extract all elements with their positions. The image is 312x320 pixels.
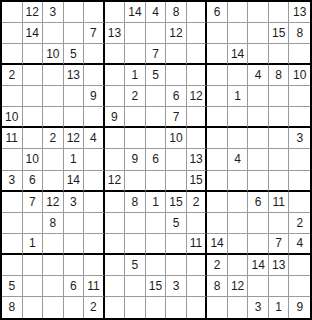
cell-r1c6[interactable] [105, 2, 126, 23]
cell-r6c7[interactable] [125, 107, 146, 128]
cell-r5c9: 6 [166, 86, 187, 107]
cell-r11c14[interactable] [269, 213, 290, 234]
cell-r15c4[interactable] [64, 297, 85, 318]
cell-r15c11[interactable] [207, 297, 228, 318]
cell-r9c9[interactable] [166, 171, 187, 192]
cell-r5c2[interactable] [23, 86, 44, 107]
cell-r9c10: 15 [187, 171, 208, 192]
cell-r15c12[interactable] [228, 297, 249, 318]
cell-r1c10[interactable] [187, 2, 208, 23]
cell-r8c8: 6 [146, 149, 167, 170]
cell-r8c5[interactable] [84, 149, 105, 170]
cell-r11c13[interactable] [248, 213, 269, 234]
cell-r8c1[interactable] [2, 149, 23, 170]
cell-r14c9: 3 [166, 276, 187, 297]
cell-r6c15[interactable] [289, 107, 310, 128]
cell-r5c10: 12 [187, 86, 208, 107]
cell-r2c14: 15 [269, 23, 290, 44]
cell-r5c14[interactable] [269, 86, 290, 107]
cell-r5c6[interactable] [105, 86, 126, 107]
cell-r7c11[interactable] [207, 128, 228, 149]
cell-r7c14[interactable] [269, 128, 290, 149]
cell-r14c2[interactable] [23, 276, 44, 297]
cell-r10c14: 11 [269, 192, 290, 213]
cell-r8c3[interactable] [43, 149, 64, 170]
cell-r6c12[interactable] [228, 107, 249, 128]
cell-r4c12[interactable] [228, 65, 249, 86]
cell-r8c13[interactable] [248, 149, 269, 170]
cell-r7c12[interactable] [228, 128, 249, 149]
cell-r11c6[interactable] [105, 213, 126, 234]
cell-r9c15[interactable] [289, 171, 310, 192]
cell-r8c9[interactable] [166, 149, 187, 170]
cell-r1c8: 4 [146, 2, 167, 23]
cell-r3c14[interactable] [269, 44, 290, 65]
cell-r15c15: 9 [289, 297, 310, 318]
cell-r2c15: 8 [289, 23, 310, 44]
cell-r11c4[interactable] [64, 213, 85, 234]
cell-r4c14: 8 [269, 65, 290, 86]
cell-r3c1[interactable] [2, 44, 23, 65]
cell-r9c11[interactable] [207, 171, 228, 192]
cell-r9c14[interactable] [269, 171, 290, 192]
cell-r6c11[interactable] [207, 107, 228, 128]
cell-r1c15: 13 [289, 2, 310, 23]
cell-r2c2: 14 [23, 23, 44, 44]
cell-r3c10[interactable] [187, 44, 208, 65]
cell-r9c12[interactable] [228, 171, 249, 192]
cell-r7c1: 11 [2, 128, 23, 149]
cell-r15c2[interactable] [23, 297, 44, 318]
cell-r14c6[interactable] [105, 276, 126, 297]
cell-r10c11[interactable] [207, 192, 228, 213]
cell-r7c8[interactable] [146, 128, 167, 149]
cell-r9c3[interactable] [43, 171, 64, 192]
cell-r7c6[interactable] [105, 128, 126, 149]
cell-r2c9: 12 [166, 23, 187, 44]
cell-r13c10[interactable] [187, 255, 208, 276]
cell-r6c8[interactable] [146, 107, 167, 128]
cell-r6c10[interactable] [187, 107, 208, 128]
cell-r12c9[interactable] [166, 234, 187, 255]
cell-r11c10[interactable] [187, 213, 208, 234]
cell-r8c11[interactable] [207, 149, 228, 170]
cell-r3c8: 7 [146, 44, 167, 65]
cell-r4c11[interactable] [207, 65, 228, 86]
cell-r4c8: 5 [146, 65, 167, 86]
cell-r4c15: 10 [289, 65, 310, 86]
cell-r5c7: 2 [125, 86, 146, 107]
cell-r6c3[interactable] [43, 107, 64, 128]
cell-r10c7: 8 [125, 192, 146, 213]
cell-r2c10[interactable] [187, 23, 208, 44]
cell-r1c5[interactable] [84, 2, 105, 23]
cell-r12c11: 14 [207, 234, 228, 255]
cell-r14c10[interactable] [187, 276, 208, 297]
cell-r13c14: 13 [269, 255, 290, 276]
cell-r3c4: 5 [64, 44, 85, 65]
cell-r8c7: 9 [125, 149, 146, 170]
cell-r14c14[interactable] [269, 276, 290, 297]
cell-r14c1: 5 [2, 276, 23, 297]
cell-r4c9[interactable] [166, 65, 187, 86]
cell-r2c11[interactable] [207, 23, 228, 44]
cell-r15c13: 3 [248, 297, 269, 318]
cell-r10c12[interactable] [228, 192, 249, 213]
cell-r7c2[interactable] [23, 128, 44, 149]
cell-r2c6: 13 [105, 23, 126, 44]
cell-r14c7[interactable] [125, 276, 146, 297]
cell-r8c10: 13 [187, 149, 208, 170]
cell-r15c6[interactable] [105, 297, 126, 318]
cell-r2c1[interactable] [2, 23, 23, 44]
cell-r12c5[interactable] [84, 234, 105, 255]
cell-r8c14[interactable] [269, 149, 290, 170]
cell-r11c8[interactable] [146, 213, 167, 234]
cell-r3c5[interactable] [84, 44, 105, 65]
cell-r15c3[interactable] [43, 297, 64, 318]
cell-r3c13[interactable] [248, 44, 269, 65]
sudoku-board: 1231448613147131215810571421315481092612… [0, 0, 312, 320]
cell-r10c9: 15 [166, 192, 187, 213]
cell-r15c1: 8 [2, 297, 23, 318]
cell-r2c4[interactable] [64, 23, 85, 44]
cell-r13c6[interactable] [105, 255, 126, 276]
cell-r1c11: 6 [207, 2, 228, 23]
cell-r5c3[interactable] [43, 86, 64, 107]
cell-r4c3[interactable] [43, 65, 64, 86]
cell-r3c11[interactable] [207, 44, 228, 65]
cell-r3c2[interactable] [23, 44, 44, 65]
cell-r6c13[interactable] [248, 107, 269, 128]
cell-r12c1[interactable] [2, 234, 23, 255]
cell-r11c7[interactable] [125, 213, 146, 234]
cell-r11c15: 2 [289, 213, 310, 234]
cell-r5c13[interactable] [248, 86, 269, 107]
cell-r15c9[interactable] [166, 297, 187, 318]
cell-r10c8: 1 [146, 192, 167, 213]
cell-r8c6[interactable] [105, 149, 126, 170]
cell-r5c5: 9 [84, 86, 105, 107]
cell-r8c15[interactable] [289, 149, 310, 170]
cell-r12c14: 7 [269, 234, 290, 255]
cell-r9c2: 6 [23, 171, 44, 192]
cell-r11c12[interactable] [228, 213, 249, 234]
cell-r15c7[interactable] [125, 297, 146, 318]
cell-r7c7[interactable] [125, 128, 146, 149]
cell-r14c4: 6 [64, 276, 85, 297]
cell-r4c6[interactable] [105, 65, 126, 86]
cell-r10c10: 2 [187, 192, 208, 213]
cell-r5c11[interactable] [207, 86, 228, 107]
cell-r10c4: 3 [64, 192, 85, 213]
cell-r4c10[interactable] [187, 65, 208, 86]
cell-r3c7[interactable] [125, 44, 146, 65]
cell-r7c5: 4 [84, 128, 105, 149]
cell-r6c4[interactable] [64, 107, 85, 128]
cell-r12c13[interactable] [248, 234, 269, 255]
cell-r2c5: 7 [84, 23, 105, 44]
cell-r11c5[interactable] [84, 213, 105, 234]
cell-r7c4: 12 [64, 128, 85, 149]
cell-r8c2: 10 [23, 149, 44, 170]
cell-r13c8[interactable] [146, 255, 167, 276]
cell-r7c9: 10 [166, 128, 187, 149]
cell-r15c10[interactable] [187, 297, 208, 318]
cell-r4c2[interactable] [23, 65, 44, 86]
cell-r12c6[interactable] [105, 234, 126, 255]
cell-r13c1[interactable] [2, 255, 23, 276]
cell-r6c9: 7 [166, 107, 187, 128]
cell-r6c1: 10 [2, 107, 23, 128]
cell-r6c2[interactable] [23, 107, 44, 128]
cell-r14c15[interactable] [289, 276, 310, 297]
cell-r3c15[interactable] [289, 44, 310, 65]
cell-r8c12: 4 [228, 149, 249, 170]
cell-r4c7: 1 [125, 65, 146, 86]
cell-r14c13[interactable] [248, 276, 269, 297]
cell-r1c14[interactable] [269, 2, 290, 23]
cell-r2c12[interactable] [228, 23, 249, 44]
cell-r9c4: 14 [64, 171, 85, 192]
cell-r7c13[interactable] [248, 128, 269, 149]
cell-r1c7: 14 [125, 2, 146, 23]
cell-r13c7: 5 [125, 255, 146, 276]
cell-r6c14[interactable] [269, 107, 290, 128]
cell-r3c12: 14 [228, 44, 249, 65]
cell-r9c1: 3 [2, 171, 23, 192]
cell-r14c3[interactable] [43, 276, 64, 297]
cell-r13c13: 14 [248, 255, 269, 276]
cell-r13c5[interactable] [84, 255, 105, 276]
cell-r12c12[interactable] [228, 234, 249, 255]
cell-r10c15[interactable] [289, 192, 310, 213]
cell-r11c9: 5 [166, 213, 187, 234]
cell-r9c6: 12 [105, 171, 126, 192]
cell-r10c5[interactable] [84, 192, 105, 213]
cell-r1c1[interactable] [2, 2, 23, 23]
cell-r13c11: 2 [207, 255, 228, 276]
cell-r10c2: 7 [23, 192, 44, 213]
cell-r5c4[interactable] [64, 86, 85, 107]
cell-r12c8[interactable] [146, 234, 167, 255]
cell-r12c4[interactable] [64, 234, 85, 255]
cell-r11c1[interactable] [2, 213, 23, 234]
cell-r14c8: 15 [146, 276, 167, 297]
cell-r1c9: 8 [166, 2, 187, 23]
cell-r8c4: 1 [64, 149, 85, 170]
cell-r13c15[interactable] [289, 255, 310, 276]
cell-r7c15: 3 [289, 128, 310, 149]
cell-r1c4[interactable] [64, 2, 85, 23]
cell-r1c13[interactable] [248, 2, 269, 23]
cell-r13c3[interactable] [43, 255, 64, 276]
cell-r4c1: 2 [2, 65, 23, 86]
cell-r14c12: 12 [228, 276, 249, 297]
cell-r1c3: 3 [43, 2, 64, 23]
cell-r11c3: 8 [43, 213, 64, 234]
cell-r7c3: 2 [43, 128, 64, 149]
cell-r12c2: 1 [23, 234, 44, 255]
cell-r4c5[interactable] [84, 65, 105, 86]
cell-r5c8[interactable] [146, 86, 167, 107]
cell-r4c4: 13 [64, 65, 85, 86]
cell-r12c10: 11 [187, 234, 208, 255]
cell-r7c10[interactable] [187, 128, 208, 149]
cell-r14c11: 8 [207, 276, 228, 297]
cell-r9c13[interactable] [248, 171, 269, 192]
cell-r4c13: 4 [248, 65, 269, 86]
cell-r2c13[interactable] [248, 23, 269, 44]
cell-r10c13: 6 [248, 192, 269, 213]
cell-r6c6: 9 [105, 107, 126, 128]
cell-r13c4[interactable] [64, 255, 85, 276]
cell-r5c15[interactable] [289, 86, 310, 107]
cell-r1c2: 12 [23, 2, 44, 23]
cell-r10c6[interactable] [105, 192, 126, 213]
cell-r3c6[interactable] [105, 44, 126, 65]
cell-r9c8[interactable] [146, 171, 167, 192]
cell-r15c5: 2 [84, 297, 105, 318]
cell-r12c15: 4 [289, 234, 310, 255]
cell-r12c3[interactable] [43, 234, 64, 255]
cell-r14c5: 11 [84, 276, 105, 297]
cell-r13c2[interactable] [23, 255, 44, 276]
cell-r15c14: 1 [269, 297, 290, 318]
cell-r3c3: 10 [43, 44, 64, 65]
cell-r5c12: 1 [228, 86, 249, 107]
cell-r6c5[interactable] [84, 107, 105, 128]
cell-r1c12[interactable] [228, 2, 249, 23]
cell-r10c3: 12 [43, 192, 64, 213]
cell-r2c7[interactable] [125, 23, 146, 44]
cell-r9c7[interactable] [125, 171, 146, 192]
cell-r15c8[interactable] [146, 297, 167, 318]
cell-r5c1[interactable] [2, 86, 23, 107]
cell-r3c9[interactable] [166, 44, 187, 65]
cell-r11c2[interactable] [23, 213, 44, 234]
cell-r9c5[interactable] [84, 171, 105, 192]
cell-r2c8[interactable] [146, 23, 167, 44]
cell-r10c1[interactable] [2, 192, 23, 213]
sudoku-page: 1231448613147131215810571421315481092612… [0, 0, 312, 320]
cell-r11c11[interactable] [207, 213, 228, 234]
cell-r13c9[interactable] [166, 255, 187, 276]
cell-r13c12[interactable] [228, 255, 249, 276]
cell-r12c7[interactable] [125, 234, 146, 255]
cell-r2c3[interactable] [43, 23, 64, 44]
